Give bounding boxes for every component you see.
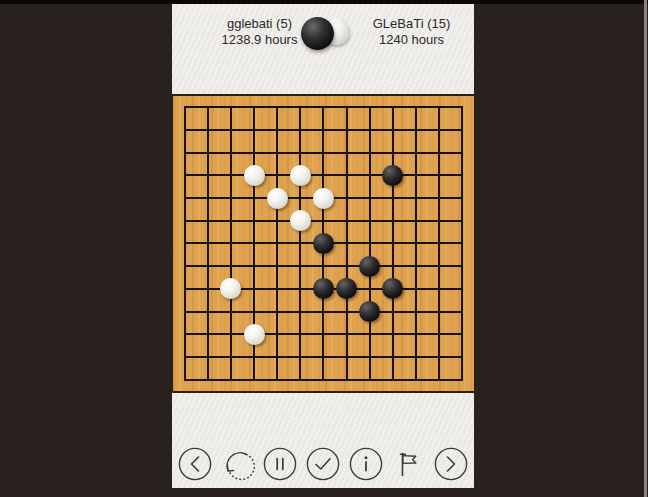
board-cell[interactable]: [219, 300, 242, 323]
black-stone: [313, 278, 334, 299]
board-cell[interactable]: [312, 96, 335, 119]
board-cell[interactable]: [451, 119, 474, 142]
board-cell[interactable]: [219, 368, 242, 391]
flag-icon: [391, 447, 425, 481]
board-cell[interactable]: [358, 232, 381, 255]
board-cell[interactable]: [242, 141, 265, 164]
board-cell[interactable]: [219, 346, 242, 369]
board-cell[interactable]: [405, 368, 428, 391]
board-cell[interactable]: [358, 96, 381, 119]
board-cell[interactable]: [242, 187, 265, 210]
board-cell[interactable]: [219, 119, 242, 142]
board-cell[interactable]: [428, 164, 451, 187]
board-cell[interactable]: [451, 164, 474, 187]
board-cell[interactable]: [173, 232, 196, 255]
board-cell[interactable]: [266, 323, 289, 346]
board-cell[interactable]: [242, 96, 265, 119]
board-cell[interactable]: [242, 368, 265, 391]
app-window: gglebati (5) 1238.9 hours GLeBaTi (15) 1…: [0, 0, 648, 497]
board-cell[interactable]: [173, 323, 196, 346]
black-stone: [359, 301, 380, 322]
white-stone: [267, 188, 288, 209]
pause-circle-icon: [263, 447, 297, 481]
board-cell[interactable]: [242, 255, 265, 278]
next-move-button[interactable]: [434, 447, 468, 481]
board-cell[interactable]: [266, 368, 289, 391]
board-cell[interactable]: [312, 323, 335, 346]
info-button[interactable]: [349, 447, 383, 481]
board-cell[interactable]: [358, 119, 381, 142]
pause-button[interactable]: [263, 447, 297, 481]
right-edge-strip: [644, 0, 647, 497]
board-cell[interactable]: [428, 323, 451, 346]
board-cell[interactable]: [312, 368, 335, 391]
board-cell[interactable]: [266, 278, 289, 301]
board-cell[interactable]: [289, 119, 312, 142]
board-cell[interactable]: [358, 141, 381, 164]
board-cell[interactable]: [428, 368, 451, 391]
board-cell[interactable]: [196, 278, 219, 301]
black-stone: [336, 278, 357, 299]
board-cell[interactable]: [335, 300, 358, 323]
board-cell[interactable]: [451, 346, 474, 369]
board-cell[interactable]: [266, 119, 289, 142]
black-stone: [382, 278, 403, 299]
board-cell[interactable]: [381, 255, 404, 278]
board-cell[interactable]: [428, 141, 451, 164]
board-cell[interactable]: [242, 278, 265, 301]
board-cell[interactable]: [405, 119, 428, 142]
board-cell[interactable]: [173, 300, 196, 323]
board-cell[interactable]: [312, 164, 335, 187]
board-cell[interactable]: [289, 300, 312, 323]
board-cell[interactable]: [381, 96, 404, 119]
board-cell[interactable]: [405, 187, 428, 210]
board-cell[interactable]: [405, 209, 428, 232]
board-cell[interactable]: [405, 300, 428, 323]
toolbar-panel: [172, 393, 474, 488]
board-cell[interactable]: [219, 187, 242, 210]
board-cell[interactable]: [428, 300, 451, 323]
board-cell[interactable]: [312, 232, 335, 255]
board-cell[interactable]: [358, 187, 381, 210]
board-cell[interactable]: [266, 232, 289, 255]
board-cell[interactable]: [405, 278, 428, 301]
chevron-left-circle-icon: [178, 447, 212, 481]
board-cell[interactable]: [196, 96, 219, 119]
board-cell[interactable]: [173, 209, 196, 232]
confirm-button[interactable]: [306, 447, 340, 481]
board-cell[interactable]: [173, 96, 196, 119]
board-cell[interactable]: [405, 323, 428, 346]
board-cell[interactable]: [242, 323, 265, 346]
board-cell[interactable]: [405, 96, 428, 119]
board-cell[interactable]: [335, 187, 358, 210]
board-cell[interactable]: [358, 255, 381, 278]
board-cell[interactable]: [335, 209, 358, 232]
board-cell[interactable]: [451, 300, 474, 323]
board-cell[interactable]: [358, 278, 381, 301]
board-cell[interactable]: [381, 164, 404, 187]
black-stone-icon: [301, 17, 334, 50]
game-board[interactable]: [171, 94, 476, 393]
chevron-right-circle-icon: [434, 447, 468, 481]
board-cell[interactable]: [358, 368, 381, 391]
board-cell[interactable]: [381, 209, 404, 232]
board-cell[interactable]: [196, 346, 219, 369]
white-stone: [290, 165, 311, 186]
board-cell[interactable]: [173, 255, 196, 278]
board-cell[interactable]: [312, 209, 335, 232]
board-cell[interactable]: [289, 323, 312, 346]
board-cell[interactable]: [266, 96, 289, 119]
board-cell[interactable]: [266, 255, 289, 278]
board-cell[interactable]: [173, 141, 196, 164]
toolbar: [178, 447, 468, 481]
white-stone: [290, 210, 311, 231]
board-cell[interactable]: [173, 164, 196, 187]
board-cell[interactable]: [289, 232, 312, 255]
board-cell[interactable]: [219, 278, 242, 301]
board-cell[interactable]: [289, 164, 312, 187]
board-cell[interactable]: [266, 164, 289, 187]
board-cell[interactable]: [219, 96, 242, 119]
board-cell[interactable]: [196, 141, 219, 164]
black-stone: [313, 233, 334, 254]
board-cell[interactable]: [312, 141, 335, 164]
board-cell[interactable]: [266, 187, 289, 210]
board-cell[interactable]: [196, 209, 219, 232]
board-cell[interactable]: [451, 96, 474, 119]
board-cell[interactable]: [451, 323, 474, 346]
black-stone: [359, 256, 380, 277]
board-cell[interactable]: [266, 346, 289, 369]
board-cell[interactable]: [173, 119, 196, 142]
board-cell[interactable]: [335, 119, 358, 142]
board-grid[interactable]: [173, 96, 474, 391]
board-cell[interactable]: [451, 368, 474, 391]
board-cell[interactable]: [405, 255, 428, 278]
board-cell[interactable]: [312, 119, 335, 142]
board-cell[interactable]: [405, 232, 428, 255]
undo-rotate-arrow-icon: [221, 447, 255, 481]
board-cell[interactable]: [451, 209, 474, 232]
black-stone: [382, 165, 403, 186]
board-cell[interactable]: [196, 300, 219, 323]
board-cell[interactable]: [335, 96, 358, 119]
board-cell[interactable]: [335, 368, 358, 391]
check-circle-icon: [306, 447, 340, 481]
info-circle-icon: [349, 447, 383, 481]
board-cell[interactable]: [381, 141, 404, 164]
board-cell[interactable]: [219, 209, 242, 232]
board-cell[interactable]: [266, 141, 289, 164]
board-cell[interactable]: [312, 300, 335, 323]
board-cell[interactable]: [451, 141, 474, 164]
board-cell[interactable]: [405, 141, 428, 164]
board-cell[interactable]: [358, 323, 381, 346]
player-info-panel: gglebati (5) 1238.9 hours GLeBaTi (15) 1…: [172, 4, 474, 94]
board-cell[interactable]: [381, 119, 404, 142]
board-cell[interactable]: [196, 187, 219, 210]
white-stone: [220, 278, 241, 299]
board-cell[interactable]: [196, 164, 219, 187]
player-right-name: GLeBaTi (15): [349, 16, 474, 32]
board-cell[interactable]: [289, 141, 312, 164]
white-stone: [244, 324, 265, 345]
board-cell[interactable]: [335, 141, 358, 164]
board-cell[interactable]: [219, 323, 242, 346]
board-cell[interactable]: [242, 300, 265, 323]
board-cell[interactable]: [428, 278, 451, 301]
board-cell[interactable]: [428, 255, 451, 278]
board-cell[interactable]: [335, 232, 358, 255]
board-cell[interactable]: [381, 300, 404, 323]
board-cell[interactable]: [266, 209, 289, 232]
board-cell[interactable]: [428, 96, 451, 119]
board-cell[interactable]: [242, 346, 265, 369]
board-cell[interactable]: [242, 209, 265, 232]
board-cell[interactable]: [173, 278, 196, 301]
board-cell[interactable]: [381, 232, 404, 255]
board-cell[interactable]: [451, 255, 474, 278]
board-cell[interactable]: [335, 164, 358, 187]
board-cell[interactable]: [173, 187, 196, 210]
board-cell[interactable]: [428, 346, 451, 369]
board-cell[interactable]: [335, 346, 358, 369]
board-cell[interactable]: [381, 187, 404, 210]
board-cell[interactable]: [428, 232, 451, 255]
board-cell[interactable]: [335, 323, 358, 346]
board-cell[interactable]: [381, 278, 404, 301]
undo-button[interactable]: [221, 447, 255, 481]
white-stone: [313, 188, 334, 209]
board-cell[interactable]: [428, 187, 451, 210]
board-cell[interactable]: [196, 119, 219, 142]
white-stone: [244, 165, 265, 186]
board-cell[interactable]: [289, 187, 312, 210]
board-cell[interactable]: [219, 164, 242, 187]
board-cell[interactable]: [266, 300, 289, 323]
previous-move-button[interactable]: [178, 447, 212, 481]
board-cell[interactable]: [428, 209, 451, 232]
board-cell[interactable]: [173, 346, 196, 369]
board-cell[interactable]: [219, 141, 242, 164]
board-cell[interactable]: [451, 232, 474, 255]
board-cell[interactable]: [312, 346, 335, 369]
board-cell[interactable]: [451, 187, 474, 210]
player-right-time: 1240 hours: [349, 32, 474, 48]
board-cell[interactable]: [358, 346, 381, 369]
board-cell[interactable]: [196, 232, 219, 255]
resign-button[interactable]: [391, 447, 425, 481]
board-cell[interactable]: [289, 96, 312, 119]
board-cell[interactable]: [242, 164, 265, 187]
board-cell[interactable]: [312, 278, 335, 301]
board-cell[interactable]: [381, 346, 404, 369]
board-cell[interactable]: [358, 300, 381, 323]
board-cell[interactable]: [312, 187, 335, 210]
board-cell[interactable]: [428, 119, 451, 142]
board-cell[interactable]: [242, 232, 265, 255]
board-cell[interactable]: [289, 209, 312, 232]
board-cell[interactable]: [196, 368, 219, 391]
board-cell[interactable]: [242, 119, 265, 142]
board-cell[interactable]: [381, 323, 404, 346]
board-cell[interactable]: [335, 278, 358, 301]
board-cell[interactable]: [405, 164, 428, 187]
player-right: GLeBaTi (15) 1240 hours: [349, 16, 474, 48]
board-cell[interactable]: [289, 255, 312, 278]
board-cell[interactable]: [312, 255, 335, 278]
board-cell[interactable]: [451, 278, 474, 301]
board-cell[interactable]: [335, 255, 358, 278]
board-cell[interactable]: [173, 368, 196, 391]
board-cell[interactable]: [219, 232, 242, 255]
board-cell[interactable]: [358, 209, 381, 232]
board-cell[interactable]: [405, 346, 428, 369]
board-cell[interactable]: [219, 255, 242, 278]
board-cell[interactable]: [289, 346, 312, 369]
board-cell[interactable]: [289, 278, 312, 301]
board-cell[interactable]: [381, 368, 404, 391]
board-cell[interactable]: [289, 368, 312, 391]
board-cell[interactable]: [196, 255, 219, 278]
board-cell[interactable]: [358, 164, 381, 187]
board-cell[interactable]: [196, 323, 219, 346]
